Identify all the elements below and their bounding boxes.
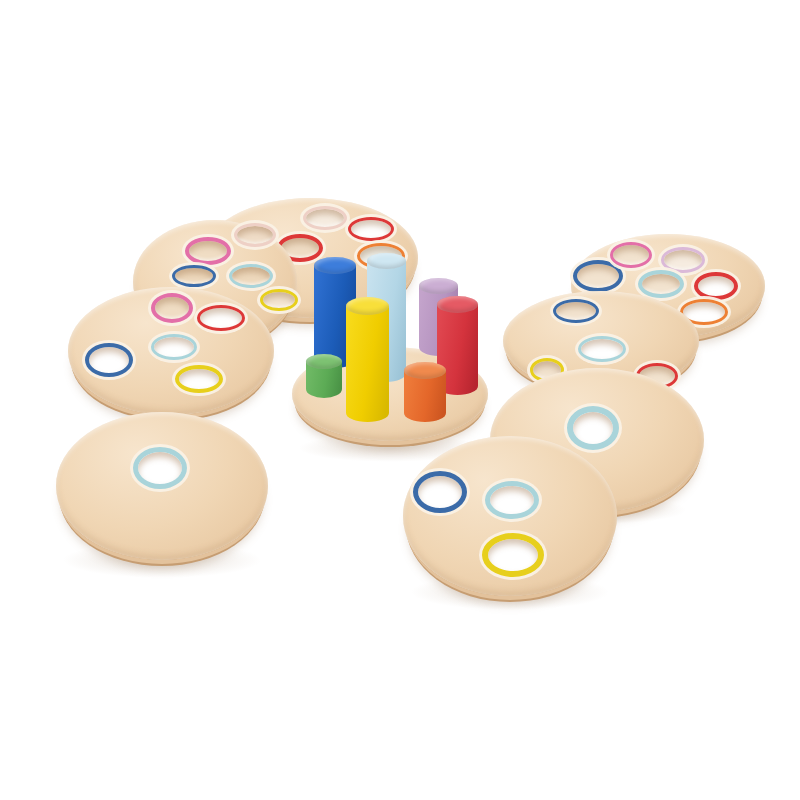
peg-top — [314, 257, 356, 274]
peg-orange[interactable] — [404, 362, 446, 422]
hole-ring-yellow — [175, 365, 223, 393]
peg-top — [346, 297, 389, 315]
peg-body — [346, 306, 389, 422]
hole-ring-red — [694, 272, 738, 300]
hole-ring-dark-blue — [172, 265, 216, 287]
hole-ring-dark-blue — [85, 343, 133, 377]
hole-ring-lilac — [661, 247, 705, 273]
hole-ring-light-blue — [578, 336, 626, 362]
hole-ring-yellow — [260, 289, 298, 311]
hole-ring-pink — [185, 237, 231, 265]
peg-top — [419, 278, 458, 294]
hole-ring-light-blue — [638, 270, 684, 298]
hole-ring-dark-blue — [573, 260, 623, 292]
hole-ring-yellow — [482, 533, 544, 577]
hole-ring-pale-pink — [234, 223, 276, 247]
hole-ring-red — [197, 305, 245, 331]
disc-bottom-center[interactable] — [403, 436, 617, 596]
hole-ring-light-blue — [567, 406, 619, 450]
hole-ring-pink — [610, 242, 652, 268]
hole-ring-pink — [151, 293, 193, 323]
hole-ring-light-blue — [133, 447, 187, 489]
peg-top — [437, 296, 478, 313]
peg-top — [404, 362, 446, 379]
hole-ring-light-blue — [485, 481, 539, 519]
peg-green[interactable] — [306, 354, 342, 398]
hole-ring-pale-pink — [303, 206, 347, 230]
peg-top — [306, 354, 342, 369]
hole-ring-dark-blue — [553, 299, 599, 323]
disc-left-middle[interactable] — [68, 287, 274, 415]
hole-ring-dark-blue — [413, 471, 467, 513]
peg-yellow[interactable] — [346, 297, 389, 422]
hole-ring-light-blue — [151, 334, 197, 360]
scene — [0, 0, 800, 800]
peg-top — [367, 253, 406, 269]
hole-ring-light-blue — [229, 264, 273, 288]
hole-ring-red — [348, 217, 394, 241]
disc-bottom-left[interactable] — [56, 412, 268, 560]
